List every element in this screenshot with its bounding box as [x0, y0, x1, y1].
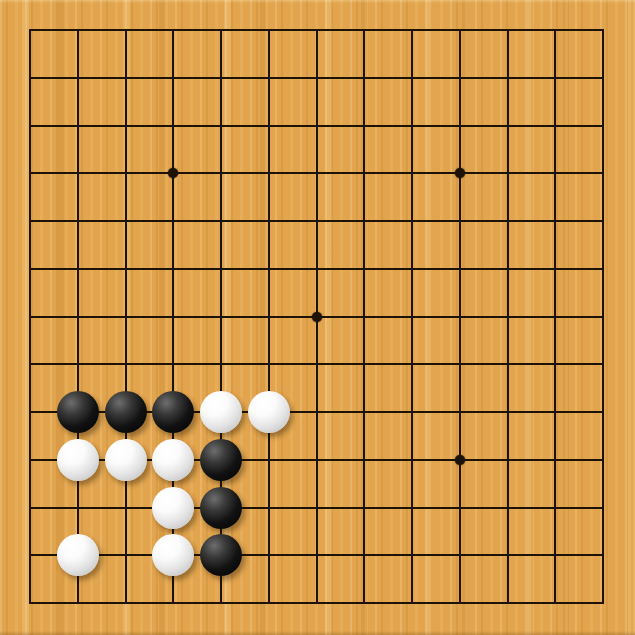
white-stone	[57, 534, 99, 576]
black-stone	[200, 534, 242, 576]
black-stone	[152, 391, 194, 433]
white-stone	[57, 439, 99, 481]
white-stone	[105, 439, 147, 481]
white-stone	[200, 391, 242, 433]
grid-horizontal-line	[29, 602, 604, 604]
white-stone	[248, 391, 290, 433]
grid-horizontal-line	[29, 507, 604, 509]
grid-vertical-line	[411, 29, 413, 604]
hoshi-point	[455, 168, 465, 178]
black-stone	[57, 391, 99, 433]
white-stone	[152, 534, 194, 576]
go-board[interactable]	[0, 0, 635, 635]
black-stone	[200, 487, 242, 529]
grid-horizontal-line	[29, 554, 604, 556]
grid-vertical-line	[602, 29, 604, 604]
hoshi-point	[455, 455, 465, 465]
white-stone	[152, 439, 194, 481]
grid-vertical-line	[459, 29, 461, 604]
black-stone	[200, 439, 242, 481]
hoshi-point	[168, 168, 178, 178]
white-stone	[152, 487, 194, 529]
grid-vertical-line	[554, 29, 556, 604]
grid-vertical-line	[507, 29, 509, 604]
grid-vertical-line	[363, 29, 365, 604]
grid-horizontal-line	[29, 363, 604, 365]
hoshi-point	[312, 312, 322, 322]
black-stone	[105, 391, 147, 433]
